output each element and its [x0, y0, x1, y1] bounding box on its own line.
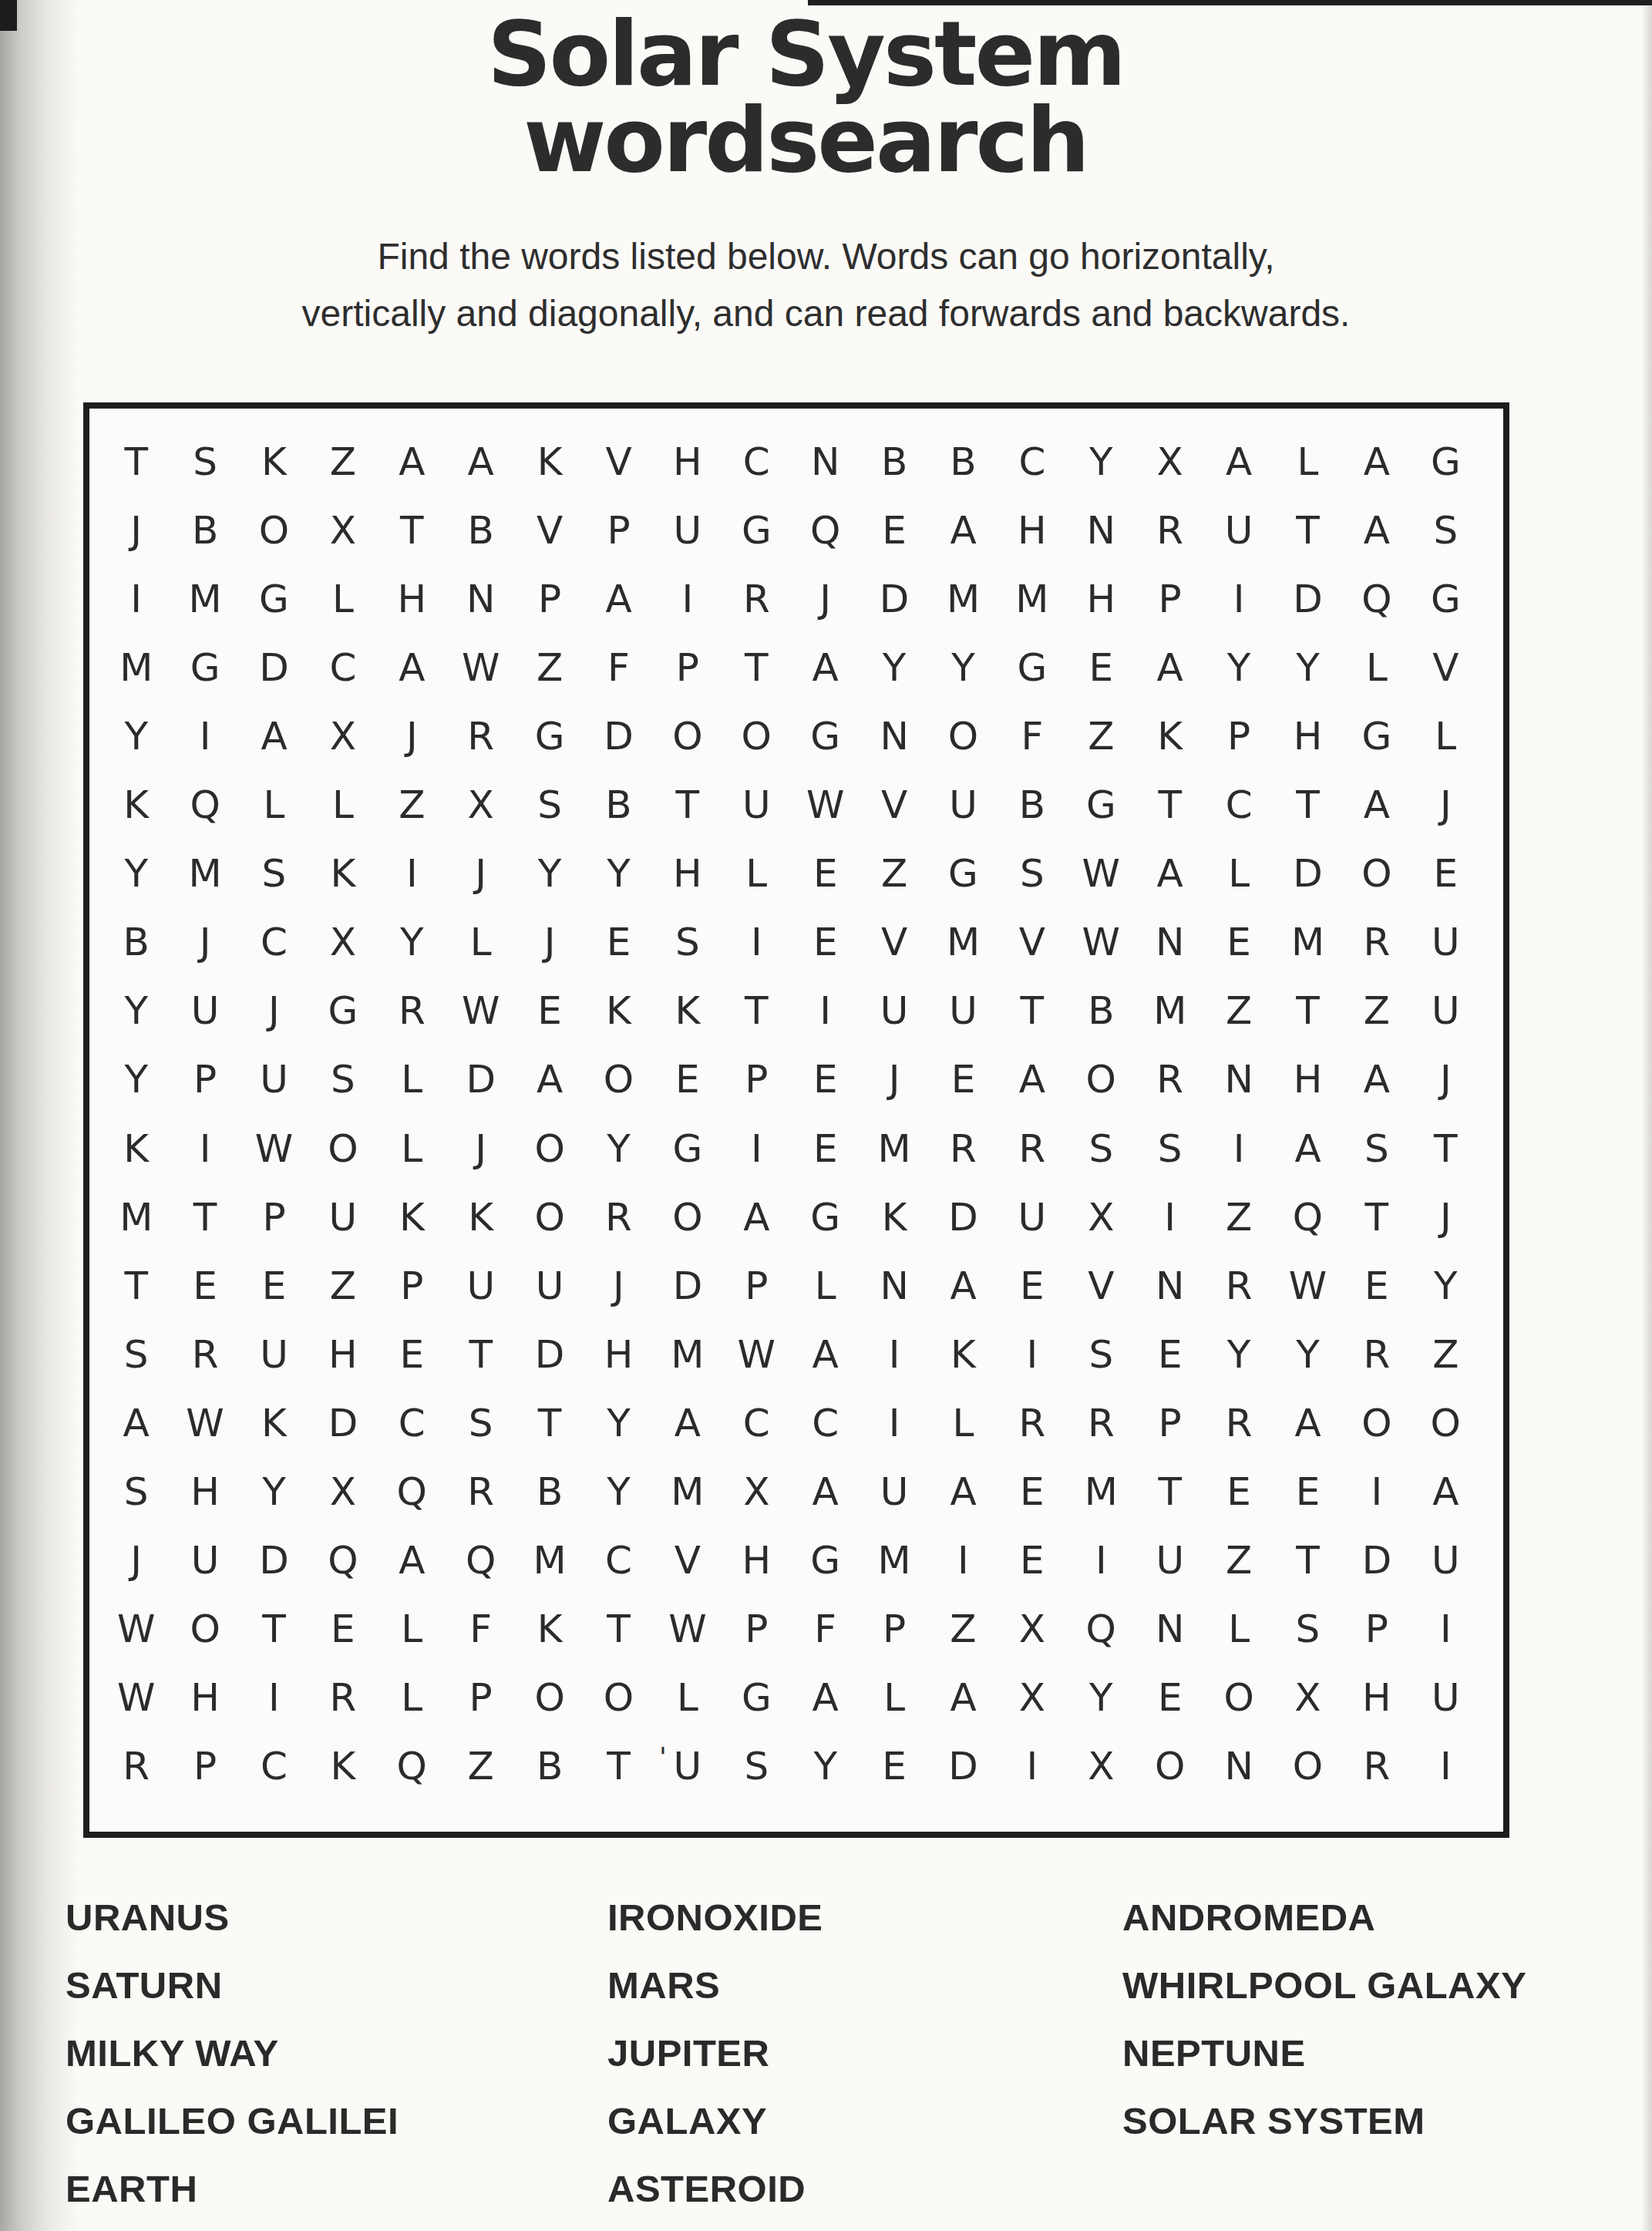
- grid-cell: P: [515, 564, 584, 633]
- grid-cell: F: [446, 1595, 515, 1664]
- grid-cell: M: [515, 1526, 584, 1595]
- instructions-line1: Find the words listed below. Words can g…: [377, 236, 1274, 277]
- grid-cell: G: [929, 840, 998, 908]
- grid-cell: T: [998, 977, 1066, 1045]
- grid-cell: P: [1136, 564, 1204, 633]
- grid-cell: L: [1204, 840, 1273, 908]
- grid-cell: K: [584, 977, 653, 1045]
- grid-cell: L: [308, 564, 377, 633]
- grid-cell: U: [929, 977, 998, 1045]
- grid-cell: E: [998, 1526, 1066, 1595]
- grid-cell: K: [378, 1183, 446, 1251]
- grid-cell: M: [860, 1114, 928, 1183]
- grid-cell: S: [722, 1732, 791, 1801]
- grid-cell: D: [929, 1732, 998, 1801]
- grid-cell: T: [446, 1320, 515, 1388]
- grid-cell: U: [170, 977, 239, 1045]
- grid-cell: K: [240, 1388, 308, 1457]
- grid-cell: E: [1067, 633, 1136, 702]
- grid-cell: U: [1411, 908, 1480, 977]
- grid-cell: O: [170, 1595, 239, 1664]
- instructions: Find the words listed below. Words can g…: [0, 228, 1652, 342]
- word-list-item: MARS: [607, 1951, 823, 2019]
- grid-cell: M: [998, 564, 1066, 633]
- grid-cell: E: [1204, 908, 1273, 977]
- grid-cell: N: [860, 1251, 928, 1320]
- grid-cell: A: [1204, 427, 1273, 496]
- word-list-item: SOLAR SYSTEM: [1122, 2087, 1526, 2155]
- grid-cell: P: [1136, 1388, 1204, 1457]
- grid-cell: P: [860, 1595, 928, 1664]
- grid-cell: W: [240, 1114, 308, 1183]
- grid-cell: D: [308, 1388, 377, 1457]
- instructions-line2: vertically and diagonally, and can read …: [302, 293, 1351, 334]
- grid-cell: P: [653, 633, 722, 702]
- grid-cell: A: [515, 1045, 584, 1114]
- page-title: Solar System wordsearch: [0, 11, 1611, 183]
- grid-cell: A: [378, 633, 446, 702]
- grid-cell: J: [860, 1045, 928, 1114]
- grid-cell: L: [446, 908, 515, 977]
- grid-cell: A: [1273, 1114, 1342, 1183]
- grid-cell: Y: [584, 1388, 653, 1457]
- grid-cell: X: [1273, 1664, 1342, 1732]
- word-list-column-1: URANUSSATURNMILKY WAYGALILEO GALILEIEART…: [66, 1883, 399, 2223]
- grid-cell: N: [1136, 1251, 1204, 1320]
- grid-cell: T: [584, 1595, 653, 1664]
- grid-cell: A: [1273, 1388, 1342, 1457]
- grid-cell: T: [1342, 1183, 1411, 1251]
- grid-cell: Z: [1204, 977, 1273, 1045]
- grid-cell: K: [240, 427, 308, 496]
- grid-cell: O: [515, 1664, 584, 1732]
- grid-cell: B: [929, 427, 998, 496]
- grid-cell: L: [653, 1664, 722, 1732]
- grid-cell: H: [653, 427, 722, 496]
- grid-cell: C: [240, 908, 308, 977]
- grid-cell: D: [653, 1251, 722, 1320]
- grid-cell: P: [446, 1664, 515, 1732]
- grid-cell: B: [515, 1732, 584, 1801]
- grid-cell: Q: [308, 1526, 377, 1595]
- grid-cell: C: [722, 427, 791, 496]
- grid-cell: U: [1411, 1526, 1480, 1595]
- grid-cell: S: [1067, 1114, 1136, 1183]
- grid-cell: H: [1342, 1664, 1411, 1732]
- grid-cell: W: [170, 1388, 239, 1457]
- grid-cell: I: [653, 564, 722, 633]
- grid-cell: T: [722, 633, 791, 702]
- grid-cell: L: [1204, 1595, 1273, 1664]
- grid-cell: T: [1136, 1457, 1204, 1526]
- grid-cell: D: [1273, 564, 1342, 633]
- grid-cell: O: [584, 1664, 653, 1732]
- grid-cell: U: [1411, 977, 1480, 1045]
- grid-cell: Z: [1342, 977, 1411, 1045]
- grid-cell: U: [170, 1526, 239, 1595]
- grid-cell: C: [308, 633, 377, 702]
- word-list-item: GALILEO GALILEI: [66, 2087, 399, 2155]
- grid-cell: I: [170, 1114, 239, 1183]
- grid-cell: S: [240, 840, 308, 908]
- grid-cell: E: [308, 1595, 377, 1664]
- grid-cell: I: [998, 1732, 1066, 1801]
- grid-cell: G: [1411, 564, 1480, 633]
- grid-cell: L: [1273, 427, 1342, 496]
- grid-cell: B: [998, 770, 1066, 839]
- grid-cell: I: [929, 1526, 998, 1595]
- grid-cell: R: [929, 1114, 998, 1183]
- grid-cell: U: [446, 1251, 515, 1320]
- grid-cell: L: [1411, 702, 1480, 770]
- grid-cell: I: [170, 702, 239, 770]
- grid-cell: P: [1204, 702, 1273, 770]
- grid-cell: L: [722, 840, 791, 908]
- grid-cell: V: [584, 427, 653, 496]
- grid-cell: S: [170, 427, 239, 496]
- grid-cell: R: [1342, 1320, 1411, 1388]
- grid-cell: V: [515, 496, 584, 564]
- grid-cell: A: [929, 1664, 998, 1732]
- grid-cell: D: [240, 1526, 308, 1595]
- grid-cell: S: [998, 840, 1066, 908]
- grid-cell: M: [102, 633, 170, 702]
- grid-cell: R: [1204, 1388, 1273, 1457]
- grid-cell: N: [1136, 1595, 1204, 1664]
- grid-cell: A: [1342, 770, 1411, 839]
- grid-cell: O: [653, 702, 722, 770]
- grid-cell: D: [929, 1183, 998, 1251]
- grid-cell: U: [308, 1183, 377, 1251]
- grid-cell: G: [308, 977, 377, 1045]
- grid-cell: G: [515, 702, 584, 770]
- grid-cell: I: [722, 1114, 791, 1183]
- grid-cell: S: [446, 1388, 515, 1457]
- grid-cell: A: [722, 1183, 791, 1251]
- grid-cell: F: [584, 633, 653, 702]
- grid-cell: E: [1273, 1457, 1342, 1526]
- grid-cell: K: [515, 427, 584, 496]
- grid-cell: U: [515, 1251, 584, 1320]
- grid-cell: E: [791, 1045, 860, 1114]
- grid-cell: B: [170, 496, 239, 564]
- wordsearch-grid: TSKZAAKVHCNBBCYXALAGJBOXTBVPUGQEAHNRUTAS…: [83, 402, 1509, 1838]
- grid-cell: Z: [1204, 1526, 1273, 1595]
- grid-cell: T: [515, 1388, 584, 1457]
- page-title-line2: wordsearch: [0, 97, 1611, 183]
- grid-cell: Q: [1273, 1183, 1342, 1251]
- grid-cell: Y: [1067, 427, 1136, 496]
- grid-cell: T: [1273, 770, 1342, 839]
- grid-cell: V: [1411, 633, 1480, 702]
- grid-cell: G: [998, 633, 1066, 702]
- grid-cell: R: [446, 1457, 515, 1526]
- grid-cell: R: [308, 1664, 377, 1732]
- grid-cell: I: [1204, 1114, 1273, 1183]
- grid-cell: K: [308, 840, 377, 908]
- grid-cell: N: [791, 427, 860, 496]
- grid-cell: S: [1136, 1114, 1204, 1183]
- word-list-item: EARTH: [66, 2155, 399, 2223]
- grid-cell: E: [791, 908, 860, 977]
- grid-cell: K: [102, 770, 170, 839]
- grid-cell: A: [791, 1664, 860, 1732]
- grid-cell: T: [1273, 977, 1342, 1045]
- grid-cell: E: [1204, 1457, 1273, 1526]
- grid-cell: D: [860, 564, 928, 633]
- grid-cell: E: [791, 840, 860, 908]
- grid-cell: I: [1204, 564, 1273, 633]
- grid-cell: J: [378, 702, 446, 770]
- word-list-column-3: ANDROMEDAWHIRLPOOL GALAXYNEPTUNESOLAR SY…: [1122, 1883, 1526, 2155]
- grid-cell: Y: [102, 702, 170, 770]
- grid-cell: P: [170, 1732, 239, 1801]
- grid-cell: H: [170, 1457, 239, 1526]
- grid-cell: A: [791, 633, 860, 702]
- grid-cell: E: [998, 1251, 1066, 1320]
- grid-cell: G: [170, 633, 239, 702]
- grid-cell: R: [998, 1388, 1066, 1457]
- grid-cell: M: [102, 1183, 170, 1251]
- grid-cell: R: [1136, 496, 1204, 564]
- grid-cell: U: [653, 496, 722, 564]
- word-list-item: JUPITER: [607, 2019, 823, 2087]
- grid-cell: C: [584, 1526, 653, 1595]
- grid-cell: D: [584, 702, 653, 770]
- grid-cell: I: [378, 840, 446, 908]
- grid-cell: X: [308, 908, 377, 977]
- grid-cell: U: [722, 770, 791, 839]
- grid-cell: L: [240, 770, 308, 839]
- grid-cell: G: [653, 1114, 722, 1183]
- grid-cell: M: [170, 840, 239, 908]
- grid-cell: Y: [378, 908, 446, 977]
- grid-cell: L: [378, 1045, 446, 1114]
- grid-cell: Q: [170, 770, 239, 839]
- grid-cell: L: [378, 1664, 446, 1732]
- grid-cell: Q: [378, 1732, 446, 1801]
- grid-cell: Y: [584, 1457, 653, 1526]
- grid-cell: Q: [446, 1526, 515, 1595]
- grid-cell: P: [240, 1183, 308, 1251]
- grid-cell: T: [722, 977, 791, 1045]
- grid-cell: O: [1342, 1388, 1411, 1457]
- grid-cell: O: [1136, 1732, 1204, 1801]
- grid-cell: A: [1342, 427, 1411, 496]
- grid-cell: P: [584, 496, 653, 564]
- grid-cell: K: [1136, 702, 1204, 770]
- grid-cell: O: [929, 702, 998, 770]
- grid-cell: S: [308, 1045, 377, 1114]
- grid-cell: P: [1342, 1595, 1411, 1664]
- grid-cell: K: [102, 1114, 170, 1183]
- grid-cell: A: [446, 427, 515, 496]
- grid-cell: K: [446, 1183, 515, 1251]
- grid-cell: U: [929, 770, 998, 839]
- grid-cell: J: [170, 908, 239, 977]
- grid-cell: G: [791, 702, 860, 770]
- grid-cell: A: [1342, 496, 1411, 564]
- grid-cell: M: [653, 1457, 722, 1526]
- grid-cell: L: [378, 1595, 446, 1664]
- grid-cell: S: [102, 1457, 170, 1526]
- grid-cell: Z: [446, 1732, 515, 1801]
- grid-cell: D: [446, 1045, 515, 1114]
- grid-cell: B: [860, 427, 928, 496]
- grid-cell: T: [1411, 1114, 1480, 1183]
- grid-cell: J: [102, 1526, 170, 1595]
- grid-cell: M: [929, 908, 998, 977]
- grid-cell: A: [998, 1045, 1066, 1114]
- grid-cell: H: [378, 564, 446, 633]
- grid-cell: Q: [1342, 564, 1411, 633]
- grid-cell: O: [1342, 840, 1411, 908]
- grid-cell: E: [1411, 840, 1480, 908]
- grid-cell: B: [515, 1457, 584, 1526]
- grid-cell: X: [446, 770, 515, 839]
- grid-cell: K: [308, 1732, 377, 1801]
- grid-cell: R: [722, 564, 791, 633]
- grid-cell: H: [653, 840, 722, 908]
- word-list-item: WHIRLPOOL GALAXY: [1122, 1951, 1526, 2019]
- grid-cell: I: [1067, 1526, 1136, 1595]
- grid-cell: E: [860, 1732, 928, 1801]
- grid-cell: A: [791, 1457, 860, 1526]
- word-list-item: GALAXY: [607, 2087, 823, 2155]
- grid-cell: T: [378, 496, 446, 564]
- grid-cell: G: [791, 1526, 860, 1595]
- grid-cell: V: [653, 1526, 722, 1595]
- grid-cell: X: [998, 1664, 1066, 1732]
- grid-cell: M: [860, 1526, 928, 1595]
- grid-cell: W: [722, 1320, 791, 1388]
- grid-cell: E: [929, 1045, 998, 1114]
- grid-cell: R: [170, 1320, 239, 1388]
- grid-cell: E: [791, 1114, 860, 1183]
- grid-cell: X: [998, 1595, 1066, 1664]
- grid-cell: A: [378, 1526, 446, 1595]
- grid-cell: O: [515, 1114, 584, 1183]
- grid-cell: O: [584, 1045, 653, 1114]
- grid-cell: Z: [515, 633, 584, 702]
- grid-cell: Y: [929, 633, 998, 702]
- grid-cell: J: [1411, 1045, 1480, 1114]
- grid-cell: L: [929, 1388, 998, 1457]
- grid-cell: Q: [791, 496, 860, 564]
- grid-cell: R: [1342, 908, 1411, 977]
- word-list-item: URANUS: [66, 1883, 399, 1951]
- grid-cell: E: [998, 1457, 1066, 1526]
- grid-cell: U: [240, 1320, 308, 1388]
- grid-cell: O: [515, 1183, 584, 1251]
- grid-cell: Y: [584, 1114, 653, 1183]
- grid-cell: N: [1067, 496, 1136, 564]
- page-title-line1: Solar System: [0, 11, 1611, 97]
- grid-cell: A: [929, 1457, 998, 1526]
- grid-cell: F: [791, 1595, 860, 1664]
- grid-cell: E: [240, 1251, 308, 1320]
- grid-cell: T: [240, 1595, 308, 1664]
- word-list-item: MILKY WAY: [66, 2019, 399, 2087]
- grid-cell: Z: [929, 1595, 998, 1664]
- grid-cell: A: [929, 496, 998, 564]
- grid-cell: M: [170, 564, 239, 633]
- grid-cell: I: [1136, 1183, 1204, 1251]
- stray-apostrophe-mark: ': [659, 1741, 666, 1772]
- grid-cell: Z: [1411, 1320, 1480, 1388]
- grid-cell: Y: [515, 840, 584, 908]
- grid-cell: H: [1067, 564, 1136, 633]
- grid-cell: Z: [1204, 1183, 1273, 1251]
- grid-cell: J: [1411, 1183, 1480, 1251]
- grid-cell: M: [929, 564, 998, 633]
- grid-cell: T: [584, 1732, 653, 1801]
- word-list-item: SATURN: [66, 1951, 399, 2019]
- grid-cell: N: [446, 564, 515, 633]
- grid-cell: M: [1136, 977, 1204, 1045]
- grid-cell: W: [102, 1595, 170, 1664]
- grid-cell: B: [102, 908, 170, 977]
- worksheet-page: Solar System wordsearch Find the words l…: [0, 0, 1652, 2231]
- grid-cell: L: [378, 1114, 446, 1183]
- grid-cell: R: [1204, 1251, 1273, 1320]
- grid-cell: D: [240, 633, 308, 702]
- grid-cell: H: [1273, 1045, 1342, 1114]
- grid-cell: D: [1273, 840, 1342, 908]
- grid-cell: J: [240, 977, 308, 1045]
- grid-cell: E: [860, 496, 928, 564]
- grid-cell: N: [1204, 1732, 1273, 1801]
- grid-cell: U: [860, 1457, 928, 1526]
- grid-cell: W: [446, 633, 515, 702]
- grid-cell: G: [722, 1664, 791, 1732]
- grid-cell: C: [722, 1388, 791, 1457]
- grid-cell: A: [240, 702, 308, 770]
- grid-cell: F: [998, 702, 1066, 770]
- grid-cell: Z: [308, 427, 377, 496]
- grid-cell: E: [515, 977, 584, 1045]
- grid-cell: A: [929, 1251, 998, 1320]
- grid-cell: Y: [1204, 633, 1273, 702]
- grid-cell: H: [308, 1320, 377, 1388]
- grid-cell: Q: [378, 1457, 446, 1526]
- grid-cell: C: [791, 1388, 860, 1457]
- grid-cell: H: [584, 1320, 653, 1388]
- grid-cell: U: [998, 1183, 1066, 1251]
- grid-cell: T: [1273, 496, 1342, 564]
- grid-cell: W: [653, 1595, 722, 1664]
- grid-cell: U: [860, 977, 928, 1045]
- grid-cell: M: [1273, 908, 1342, 977]
- grid-cell: O: [1067, 1045, 1136, 1114]
- grid-cell: A: [1342, 1045, 1411, 1114]
- grid-cell: R: [378, 977, 446, 1045]
- grid-cell: O: [240, 496, 308, 564]
- grid-cell: J: [102, 496, 170, 564]
- grid-cell: T: [653, 770, 722, 839]
- grid-cell: I: [240, 1664, 308, 1732]
- grid-cell: S: [102, 1320, 170, 1388]
- grid-cell: H: [998, 496, 1066, 564]
- grid-cell: V: [860, 770, 928, 839]
- grid-cell: M: [1067, 1457, 1136, 1526]
- grid-cell: S: [515, 770, 584, 839]
- grid-cell: N: [1204, 1045, 1273, 1114]
- grid-cell: R: [584, 1183, 653, 1251]
- grid-cell: W: [102, 1664, 170, 1732]
- grid-cell: P: [170, 1045, 239, 1114]
- grid-cell: I: [860, 1320, 928, 1388]
